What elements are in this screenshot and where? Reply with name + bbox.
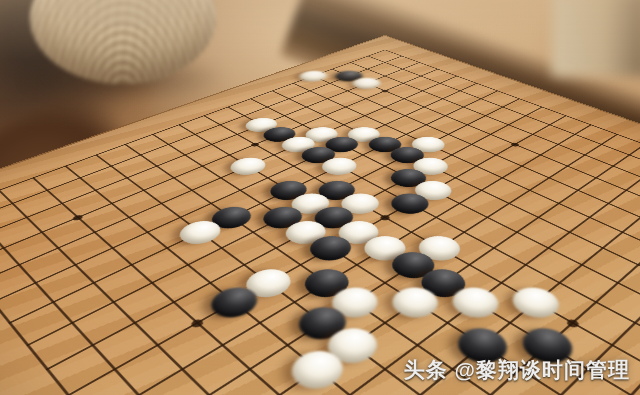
- background-top-right: [552, 0, 640, 76]
- go-photo: ●○○○○●●○○●●○○●○●○●●○○○○●○●○○●●○●●○●○●●●○…: [0, 0, 640, 395]
- watermark-text: 头条 @黎翔谈时间管理: [404, 356, 630, 384]
